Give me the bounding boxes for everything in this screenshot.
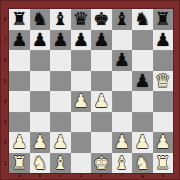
white-pawn: ♟ (93, 91, 109, 112)
square-e2[interactable] (91, 132, 112, 153)
square-h4[interactable] (153, 91, 174, 112)
square-d3[interactable] (71, 112, 92, 133)
square-e5[interactable] (91, 71, 112, 92)
square-d2[interactable] (71, 132, 92, 153)
square-a4[interactable] (9, 91, 30, 112)
square-h3[interactable] (153, 112, 174, 133)
white-pawn: ♟ (134, 132, 150, 153)
white-rook: ♜ (11, 153, 27, 174)
rank-label-7: 7 (2, 38, 8, 43)
white-knight: ♞ (134, 153, 150, 174)
rank-label-1: 1 (2, 161, 8, 166)
square-c3[interactable] (50, 112, 71, 133)
white-pawn: ♟ (11, 132, 27, 153)
white-pawn: ♟ (32, 132, 48, 153)
square-e8[interactable]: ♚ (91, 9, 112, 30)
black-pawn: ♟ (32, 30, 48, 51)
square-a6[interactable] (9, 50, 30, 71)
white-knight: ♞ (32, 153, 48, 174)
square-b6[interactable] (30, 50, 51, 71)
square-h6[interactable] (153, 50, 174, 71)
square-f8[interactable]: ♝ (112, 9, 133, 30)
rank-label-2: 2 (2, 140, 8, 145)
square-e7[interactable]: ♟ (91, 30, 112, 51)
square-g6[interactable] (132, 50, 153, 71)
rank-label-6: 6 (2, 58, 8, 63)
white-bishop: ♝ (52, 153, 68, 174)
square-h7[interactable]: ♟ (153, 30, 174, 51)
square-a7[interactable]: ♟ (9, 30, 30, 51)
square-g8[interactable]: ♞ (132, 9, 153, 30)
black-pawn: ♟ (52, 30, 68, 51)
black-bishop: ♝ (52, 9, 68, 30)
black-rook: ♜ (11, 9, 27, 30)
black-pawn: ♟ (155, 30, 171, 51)
black-pawn: ♟ (114, 50, 130, 71)
file-label-a: a (9, 173, 30, 178)
square-b8[interactable]: ♞ (30, 9, 51, 30)
board-frame: ♜♞♝♛♚♝♞♜♟♟♟♟♟♟♟♟♛♟♟♟♟♟♟♟♟♜♞♝♚♝♞♜ 8765432… (0, 0, 180, 180)
square-c4[interactable] (50, 91, 71, 112)
black-bishop: ♝ (114, 9, 130, 30)
file-label-e: e (91, 173, 112, 178)
file-label-g: g (132, 173, 153, 178)
black-knight: ♞ (32, 9, 48, 30)
black-pawn: ♟ (134, 71, 150, 92)
black-pawn: ♟ (73, 30, 89, 51)
square-d8[interactable]: ♛ (71, 9, 92, 30)
square-f4[interactable] (112, 91, 133, 112)
rank-label-3: 3 (2, 120, 8, 125)
square-e3[interactable] (91, 112, 112, 133)
square-d5[interactable] (71, 71, 92, 92)
square-g3[interactable] (132, 112, 153, 133)
square-f6[interactable]: ♟ (112, 50, 133, 71)
square-f5[interactable] (112, 71, 133, 92)
square-a3[interactable] (9, 112, 30, 133)
file-label-f: f (112, 173, 133, 178)
square-e1[interactable]: ♚ (91, 153, 112, 174)
square-g2[interactable]: ♟ (132, 132, 153, 153)
white-king: ♚ (93, 153, 109, 174)
square-a2[interactable]: ♟ (9, 132, 30, 153)
square-a1[interactable]: ♜ (9, 153, 30, 174)
square-g4[interactable] (132, 91, 153, 112)
square-d4[interactable]: ♟ (71, 91, 92, 112)
rank-label-4: 4 (2, 99, 8, 104)
square-d1[interactable] (71, 153, 92, 174)
square-b2[interactable]: ♟ (30, 132, 51, 153)
square-b5[interactable] (30, 71, 51, 92)
black-rook: ♜ (155, 9, 171, 30)
file-label-d: d (71, 173, 92, 178)
black-pawn: ♟ (11, 30, 27, 51)
white-rook: ♜ (155, 153, 171, 174)
square-f1[interactable]: ♝ (112, 153, 133, 174)
white-pawn: ♟ (114, 132, 130, 153)
black-knight: ♞ (134, 9, 150, 30)
square-a8[interactable]: ♜ (9, 9, 30, 30)
square-c1[interactable]: ♝ (50, 153, 71, 174)
square-f7[interactable] (112, 30, 133, 51)
white-queen: ♛ (155, 71, 171, 92)
square-f3[interactable] (112, 112, 133, 133)
square-d7[interactable]: ♟ (71, 30, 92, 51)
square-g1[interactable]: ♞ (132, 153, 153, 174)
square-g7[interactable] (132, 30, 153, 51)
file-label-c: c (50, 173, 71, 178)
square-e6[interactable] (91, 50, 112, 71)
square-h5[interactable]: ♛ (153, 71, 174, 92)
square-b4[interactable] (30, 91, 51, 112)
white-pawn: ♟ (73, 91, 89, 112)
rank-label-8: 8 (2, 17, 8, 22)
square-b1[interactable]: ♞ (30, 153, 51, 174)
file-label-h: h (153, 173, 174, 178)
black-king: ♚ (93, 9, 109, 30)
white-pawn: ♟ (52, 132, 68, 153)
chess-board: ♜♞♝♛♚♝♞♜♟♟♟♟♟♟♟♟♛♟♟♟♟♟♟♟♟♜♞♝♚♝♞♜ (9, 9, 173, 173)
square-c6[interactable] (50, 50, 71, 71)
square-b7[interactable]: ♟ (30, 30, 51, 51)
file-label-b: b (30, 173, 51, 178)
white-bishop: ♝ (114, 153, 130, 174)
black-pawn: ♟ (93, 30, 109, 51)
square-e4[interactable]: ♟ (91, 91, 112, 112)
square-g5[interactable]: ♟ (132, 71, 153, 92)
square-b3[interactable] (30, 112, 51, 133)
square-c5[interactable] (50, 71, 71, 92)
square-h8[interactable]: ♜ (153, 9, 174, 30)
black-queen: ♛ (73, 9, 89, 30)
square-h1[interactable]: ♜ (153, 153, 174, 174)
square-c8[interactable]: ♝ (50, 9, 71, 30)
square-c2[interactable]: ♟ (50, 132, 71, 153)
square-c7[interactable]: ♟ (50, 30, 71, 51)
rank-label-5: 5 (2, 79, 8, 84)
white-pawn: ♟ (155, 132, 171, 153)
square-h2[interactable]: ♟ (153, 132, 174, 153)
square-f2[interactable]: ♟ (112, 132, 133, 153)
square-d6[interactable] (71, 50, 92, 71)
square-a5[interactable] (9, 71, 30, 92)
